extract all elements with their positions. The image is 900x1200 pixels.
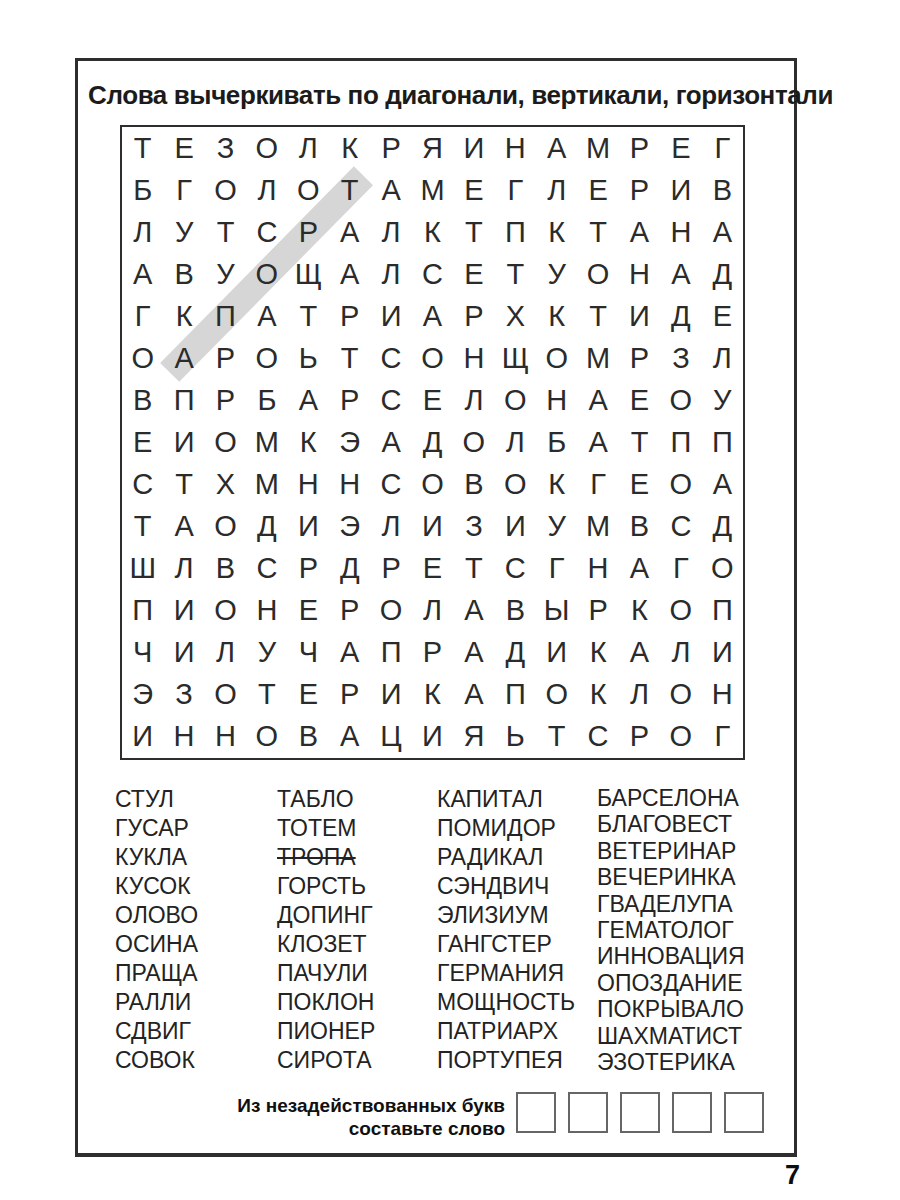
grid-cell: Т [122,506,163,548]
grid-cell: Т [619,421,660,463]
grid-cell: Н [495,127,536,169]
grid-cell: Э [329,506,370,548]
grid-cell: Т [329,337,370,379]
grid-cell: А [370,421,411,463]
grid-cell: Е [577,169,618,211]
word-item: ПАЧУЛИ [277,959,375,988]
grid-cell: Л [370,211,411,253]
grid-cell: А [329,632,370,674]
grid-cell: С [370,464,411,506]
grid-cell: Л [412,590,453,632]
answer-box [620,1092,660,1133]
grid-cell: Р [288,548,329,590]
word-item: СОВОК [115,1046,198,1075]
grid-cell: Р [619,127,660,169]
grid-cell: С [577,716,618,758]
grid-cell: И [370,295,411,337]
grid-cell: Б [122,169,163,211]
grid-cell: Г [163,169,204,211]
answer-box [724,1092,764,1133]
word-item: ГЕМАТОЛОГ [597,917,745,943]
grid-cell: А [702,464,743,506]
grid-cell: Н [246,590,287,632]
grid-cell: М [577,337,618,379]
grid-cell: Д [246,506,287,548]
grid-cell: Л [288,127,329,169]
grid-cell: У [536,253,577,295]
grid-cell: М [412,169,453,211]
grid-cell: Х [495,295,536,337]
word-item: ОПОЗДАНИЕ [597,970,745,996]
grid-cell: О [246,253,287,295]
word-item: ГУСАР [115,814,198,843]
word-item: КАПИТАЛ [437,785,575,814]
grid-cell: Р [205,379,246,421]
grid-cell: А [619,211,660,253]
grid-cell: Е [702,295,743,337]
word-item: ПОКРЫВАЛО [597,996,745,1022]
grid-cell: О [412,337,453,379]
grid-cell: Д [702,253,743,295]
grid-cell: О [536,674,577,716]
grid-cell: Р [329,674,370,716]
word-item: ГЕРМАНИЯ [437,959,575,988]
grid-cell: С [495,548,536,590]
grid-cell: Г [577,464,618,506]
grid-cell: И [453,127,494,169]
grid-cell: К [536,295,577,337]
grid-cell: П [702,590,743,632]
grid-cell: А [329,253,370,295]
grid-cell: Р [329,379,370,421]
grid-cell: Р [619,169,660,211]
grid-cell: Р [329,295,370,337]
word-item: ЭЛИЗИУМ [437,901,575,930]
grid-cell: О [453,421,494,463]
word-item: МОЩНОСТЬ [437,988,575,1017]
grid-cell: П [702,421,743,463]
grid-cell: К [577,632,618,674]
word-item: ГОРСТЬ [277,872,375,901]
grid-cell: Ш [122,548,163,590]
grid-cell: К [536,464,577,506]
grid-cell: Т [577,295,618,337]
footer-instruction-line2: составьте слово [155,1117,505,1140]
word-item: КЛОЗЕТ [277,930,375,959]
grid-cell: М [246,421,287,463]
grid-cell: С [412,253,453,295]
page-number: 7 [785,1160,800,1191]
grid-cell: А [702,211,743,253]
grid-cell: В [619,506,660,548]
grid-cell: П [660,421,701,463]
grid-cell: Д [660,295,701,337]
grid-cell: Б [246,379,287,421]
grid-cell: Т [122,127,163,169]
grid-cell: Е [122,421,163,463]
grid-cell: Щ [495,337,536,379]
grid-cell: О [205,674,246,716]
grid-cell: О [205,506,246,548]
grid-cell: О [495,379,536,421]
grid-cell: Т [536,716,577,758]
word-item: ГВАДЕЛУПА [597,891,745,917]
grid-cell: Ь [495,716,536,758]
grid-cell: А [453,590,494,632]
grid-cell: Щ [288,253,329,295]
grid-cell: О [536,337,577,379]
puzzle-page: Слова вычеркивать по диагонали, вертикал… [0,0,900,1200]
grid-cell: Н [163,716,204,758]
grid-cell: Г [702,716,743,758]
grid-cell: Ч [122,632,163,674]
grid-cell: Б [536,421,577,463]
grid-cell: А [370,169,411,211]
grid-cell: Г [122,295,163,337]
answer-box [568,1092,608,1133]
grid-cell: Т [577,211,618,253]
grid-cell: Е [412,379,453,421]
grid-cell: В [702,169,743,211]
word-list-column-4: БАРСЕЛОНАБЛАГОВЕСТВЕТЕРИНАРВЕЧЕРИНКАГВАД… [597,785,745,1075]
grid-cell: О [246,127,287,169]
grid-cell: А [619,632,660,674]
grid-cell: Ч [288,632,329,674]
wordsearch-grid-box: ТЕЗОЛКРЯИНАМРЕГБГОЛОТАМЕГЛЕРИВЛУТСРАЛКТП… [120,125,745,760]
grid-cell: К [577,674,618,716]
grid-cell: В [163,253,204,295]
grid-cell: О [205,421,246,463]
grid-cell: И [370,674,411,716]
grid-cell: Т [246,674,287,716]
word-item: ПОМИДОР [437,814,575,843]
grid-cell: И [163,590,204,632]
word-item: РАЛЛИ [115,988,198,1017]
grid-cell: Н [702,674,743,716]
word-item: ТАБЛО [277,785,375,814]
grid-cell: П [370,632,411,674]
word-item: ГАНГСТЕР [437,930,575,959]
grid-cell: А [577,379,618,421]
grid-cell: Р [370,127,411,169]
grid-cell: У [702,379,743,421]
grid-cell: Н [288,464,329,506]
grid-cell: О [660,379,701,421]
grid-cell: Н [453,337,494,379]
grid-cell: К [163,295,204,337]
grid-cell: Р [577,590,618,632]
grid-cell: Л [619,674,660,716]
word-item: ПАТРИАРХ [437,1017,575,1046]
footer-instruction: Из незадействованных букв составьте слов… [155,1094,505,1140]
grid-cell: П [122,590,163,632]
grid-cell: У [205,253,246,295]
grid-cell: И [495,506,536,548]
grid-cell: А [577,421,618,463]
grid-cell: И [412,506,453,548]
grid-cell: А [122,253,163,295]
grid-cell: К [412,211,453,253]
grid-cell: Т [329,169,370,211]
word-item: СДВИГ [115,1017,198,1046]
grid-cell: О [205,590,246,632]
grid-cell: Е [412,548,453,590]
grid-cell: О [660,716,701,758]
grid-cell: М [577,127,618,169]
grid-cell: Г [660,548,701,590]
grid-cell: Л [702,337,743,379]
grid-cell: Г [495,169,536,211]
grid-cell: Г [702,127,743,169]
grid-cell: П [205,295,246,337]
grid-cell: О [660,674,701,716]
grid-cell: И [288,506,329,548]
grid-cell: О [370,590,411,632]
grid-cell: А [660,253,701,295]
grid-cell: Я [412,127,453,169]
grid-cell: Л [122,211,163,253]
grid-cell: А [288,379,329,421]
grid-cell: Д [702,506,743,548]
grid-cell: А [329,716,370,758]
grid-cell: А [163,337,204,379]
grid-cell: Л [495,421,536,463]
grid-cell: О [660,464,701,506]
word-list-column-1: СТУЛГУСАРКУКЛАКУСОКОЛОВООСИНАПРАЩАРАЛЛИС… [115,785,198,1075]
grid-cell: Е [163,127,204,169]
grid-cell: И [412,716,453,758]
grid-cell: Е [619,464,660,506]
grid-cell: О [495,464,536,506]
grid-cell: М [246,464,287,506]
grid-cell: П [163,379,204,421]
word-item: КУСОК [115,872,198,901]
word-item: ТРОПА [277,843,375,872]
grid-cell: Д [329,548,370,590]
grid-cell: Р [619,716,660,758]
grid-cell: А [453,674,494,716]
grid-cell: Т [453,211,494,253]
grid-cell: Л [536,169,577,211]
grid-cell: Я [453,716,494,758]
footer-instruction-line1: Из незадействованных букв [155,1094,505,1117]
grid-cell: Н [577,548,618,590]
grid-cell: К [412,674,453,716]
grid-cell: К [619,590,660,632]
grid-cell: С [370,337,411,379]
grid-cell: Р [412,632,453,674]
grid-cell: У [536,506,577,548]
grid-cell: О [660,590,701,632]
grid-cell: О [122,337,163,379]
grid-cell: П [495,674,536,716]
word-item: ПИОНЕР [277,1017,375,1046]
word-item: БЛАГОВЕСТ [597,811,745,837]
grid-cell: Т [453,548,494,590]
grid-cell: Е [288,674,329,716]
word-item: ДОПИНГ [277,901,375,930]
grid-cell: Л [370,253,411,295]
grid-cell: Е [453,253,494,295]
word-item: СТУЛ [115,785,198,814]
word-item: БАРСЕЛОНА [597,785,745,811]
grid-cell: В [495,590,536,632]
grid-cell: О [246,337,287,379]
answer-boxes [516,1092,764,1133]
grid-cell: С [660,506,701,548]
word-item: ИННОВАЦИЯ [597,943,745,969]
grid-cell: З [163,674,204,716]
word-item: ВЕТЕРИНАР [597,838,745,864]
grid-cell: Н [536,379,577,421]
grid-cell: Н [329,464,370,506]
grid-cell: У [246,632,287,674]
grid-cell: А [453,632,494,674]
puzzle-title: Слова вычеркивать по диагонали, вертикал… [88,80,784,111]
grid-cell: Д [495,632,536,674]
grid-cell: А [412,295,453,337]
grid-cell: С [122,464,163,506]
grid-cell: Е [453,169,494,211]
grid-cell: М [577,506,618,548]
grid-cell: О [205,169,246,211]
grid-cell: Ы [536,590,577,632]
word-item: СИРОТА [277,1046,375,1075]
grid-cell: Л [246,169,287,211]
grid-cell: Д [412,421,453,463]
grid-cell: И [536,632,577,674]
grid-cell: З [660,337,701,379]
grid-cell: Е [619,379,660,421]
grid-cell: Х [205,464,246,506]
grid-cell: О [288,169,329,211]
grid-cell: К [536,211,577,253]
grid-cell: Э [122,674,163,716]
word-item: ШАХМАТИСТ [597,1023,745,1049]
grid-cell: Р [288,211,329,253]
grid-cell: В [205,548,246,590]
grid-cell: И [702,632,743,674]
grid-cell: Ц [370,716,411,758]
grid-cell: Л [370,506,411,548]
grid-cell: Л [453,379,494,421]
grid-cell: У [163,211,204,253]
grid-cell: С [370,379,411,421]
grid-cell: Л [660,632,701,674]
grid-cell: И [122,716,163,758]
word-item: ОЛОВО [115,901,198,930]
answer-box [516,1092,556,1133]
grid-cell: Л [163,548,204,590]
grid-cell: Т [163,464,204,506]
grid-cell: Л [205,632,246,674]
grid-cell: З [453,506,494,548]
grid-cell: А [163,506,204,548]
word-item: КУКЛА [115,843,198,872]
grid-cell: Е [660,127,701,169]
grid-cell: Н [619,253,660,295]
word-item: ПОКЛОН [277,988,375,1017]
grid-cell: А [619,548,660,590]
word-item: ВЕЧЕРИНКА [597,864,745,890]
grid-cell: Т [288,295,329,337]
grid-cell: И [660,169,701,211]
grid-cell: Э [329,421,370,463]
grid-cell: С [246,211,287,253]
grid-cell: Т [205,211,246,253]
grid-cell: З [205,127,246,169]
grid-cell: В [288,716,329,758]
grid-cell: В [122,379,163,421]
grid-cell: Г [536,548,577,590]
grid-cell: О [577,253,618,295]
grid-cell: П [495,211,536,253]
grid-cell: А [536,127,577,169]
word-list-column-2: ТАБЛОТОТЕМТРОПАГОРСТЬДОПИНГКЛОЗЕТПАЧУЛИП… [277,785,375,1075]
grid-cell: Е [288,590,329,632]
grid-cell: Р [619,337,660,379]
grid-cell: А [246,295,287,337]
grid-cell: О [702,548,743,590]
grid-cell: К [329,127,370,169]
grid-cell: И [619,295,660,337]
grid-cell: О [412,464,453,506]
grid-cell: К [288,421,329,463]
grid-cell: С [246,548,287,590]
word-item: ЭЗОТЕРИКА [597,1049,745,1075]
word-item: РАДИКАЛ [437,843,575,872]
grid-cell: А [329,211,370,253]
word-item: ТОТЕМ [277,814,375,843]
letter-grid: ТЕЗОЛКРЯИНАМРЕГБГОЛОТАМЕГЛЕРИВЛУТСРАЛКТП… [122,127,743,758]
grid-cell: Р [453,295,494,337]
word-item: ОСИНА [115,930,198,959]
grid-cell: О [246,716,287,758]
word-item: СЭНДВИЧ [437,872,575,901]
word-item: ПОРТУПЕЯ [437,1046,575,1075]
grid-cell: Т [495,253,536,295]
word-item: ПРАЩА [115,959,198,988]
grid-cell: И [163,421,204,463]
grid-cell: И [163,632,204,674]
word-list-column-3: КАПИТАЛПОМИДОРРАДИКАЛСЭНДВИЧЭЛИЗИУМГАНГС… [437,785,575,1075]
grid-cell: В [453,464,494,506]
grid-cell: Р [205,337,246,379]
grid-cell: Р [370,548,411,590]
grid-cell: Н [660,211,701,253]
grid-cell: Ь [288,337,329,379]
grid-cell: Н [205,716,246,758]
grid-cell: Р [329,590,370,632]
answer-box [672,1092,712,1133]
